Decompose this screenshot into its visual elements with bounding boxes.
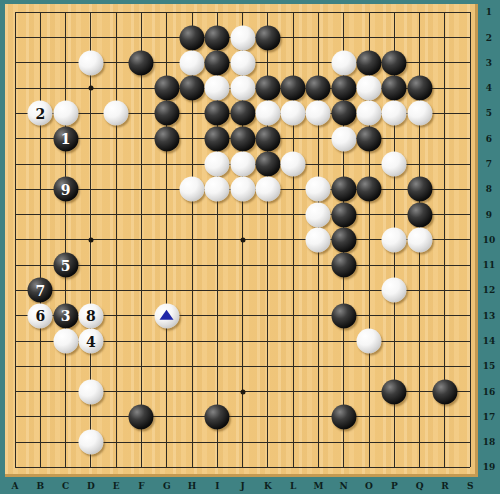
board-frame: 219576384 ABCDEFGHIJKLMNOPQRS12345678910… [0, 0, 500, 494]
column-label: D [83, 481, 99, 491]
stone-white [357, 329, 382, 354]
row-label: 7 [478, 159, 500, 169]
move-number-label: 4 [78, 329, 103, 354]
move-number-label: 8 [78, 303, 103, 328]
stone-white [331, 126, 356, 151]
stone-black [331, 177, 356, 202]
row-label: 3 [478, 58, 500, 68]
column-label: P [386, 481, 402, 491]
stone-white [53, 101, 78, 126]
stone-white [180, 50, 205, 75]
stone-white: 8 [78, 303, 103, 328]
stone-white [281, 152, 306, 177]
stone-white [180, 177, 205, 202]
grid-line [15, 416, 470, 417]
stone-white [205, 177, 230, 202]
stone-black: 3 [53, 303, 78, 328]
move-number-label: 1 [53, 126, 78, 151]
stone-black [407, 76, 432, 101]
stone-black [205, 126, 230, 151]
stone-black [230, 101, 255, 126]
stone-black [255, 152, 280, 177]
stone-black [205, 101, 230, 126]
stone-white: 6 [28, 303, 53, 328]
grid-line [470, 12, 471, 467]
stone-black [331, 202, 356, 227]
column-label: H [184, 481, 200, 491]
stone-white [154, 303, 179, 328]
column-label: J [235, 481, 251, 491]
stone-black [129, 50, 154, 75]
row-label: 2 [478, 33, 500, 43]
row-label: 10 [478, 235, 500, 245]
stone-black [331, 227, 356, 252]
stone-black [230, 126, 255, 151]
grid-line [15, 366, 470, 367]
row-label: 4 [478, 83, 500, 93]
column-label: M [310, 481, 326, 491]
row-label: 15 [478, 361, 500, 371]
grid-line [15, 467, 470, 468]
stone-black: 5 [53, 253, 78, 278]
stone-black: 1 [53, 126, 78, 151]
stone-black [407, 202, 432, 227]
star-point [88, 237, 93, 242]
move-number-label: 9 [53, 177, 78, 202]
stone-black [180, 76, 205, 101]
column-label: C [58, 481, 74, 491]
stone-white [230, 76, 255, 101]
triangle-marker [160, 310, 174, 320]
stone-black [382, 379, 407, 404]
row-label: 16 [478, 387, 500, 397]
row-label: 14 [478, 336, 500, 346]
stone-white [230, 50, 255, 75]
stone-black [255, 76, 280, 101]
row-label: 19 [478, 462, 500, 472]
stone-white [53, 329, 78, 354]
grid-line [15, 265, 470, 266]
move-number-label: 3 [53, 303, 78, 328]
column-label: L [285, 481, 301, 491]
stone-white [230, 152, 255, 177]
stone-black [154, 101, 179, 126]
stone-white [281, 101, 306, 126]
stone-white [78, 379, 103, 404]
column-label: K [260, 481, 276, 491]
row-label: 12 [478, 285, 500, 295]
stone-white [407, 101, 432, 126]
stone-white [306, 227, 331, 252]
stone-black: 9 [53, 177, 78, 202]
stone-white [255, 101, 280, 126]
stone-black [331, 101, 356, 126]
stone-black: 7 [28, 278, 53, 303]
stone-black [205, 25, 230, 50]
column-label: O [361, 481, 377, 491]
stone-white [382, 227, 407, 252]
row-label: 6 [478, 134, 500, 144]
move-number-label: 2 [28, 101, 53, 126]
stone-white [104, 101, 129, 126]
column-label: R [437, 481, 453, 491]
stone-white [205, 152, 230, 177]
stone-black [382, 76, 407, 101]
stone-white [357, 101, 382, 126]
stone-white [78, 50, 103, 75]
column-label: A [7, 481, 23, 491]
row-label: 9 [478, 210, 500, 220]
stone-black [205, 404, 230, 429]
row-label: 1 [478, 7, 500, 17]
stone-black [154, 126, 179, 151]
stone-black [331, 253, 356, 278]
move-number-label: 6 [28, 303, 53, 328]
stone-black [154, 76, 179, 101]
row-label: 13 [478, 311, 500, 321]
stone-white [205, 76, 230, 101]
stone-black [407, 177, 432, 202]
stone-black [357, 50, 382, 75]
stone-white [230, 177, 255, 202]
move-number-label: 7 [28, 278, 53, 303]
row-label: 18 [478, 437, 500, 447]
star-point [240, 237, 245, 242]
stone-white: 4 [78, 329, 103, 354]
stone-white [306, 177, 331, 202]
stone-black [180, 25, 205, 50]
column-label: S [462, 481, 478, 491]
stone-white [78, 430, 103, 455]
stone-black [129, 404, 154, 429]
row-label: 5 [478, 108, 500, 118]
column-label: N [336, 481, 352, 491]
row-label: 17 [478, 412, 500, 422]
stone-black [255, 126, 280, 151]
column-label: I [209, 481, 225, 491]
stone-white [306, 202, 331, 227]
go-board[interactable]: 219576384 [5, 4, 478, 477]
column-label: Q [412, 481, 428, 491]
star-point [240, 389, 245, 394]
stone-white [357, 76, 382, 101]
stone-white [255, 177, 280, 202]
stone-black [357, 126, 382, 151]
stone-white [331, 50, 356, 75]
stone-black [331, 76, 356, 101]
stone-white: 2 [28, 101, 53, 126]
column-label: F [133, 481, 149, 491]
column-label: E [108, 481, 124, 491]
stone-black [255, 25, 280, 50]
stone-white [407, 227, 432, 252]
stone-black [331, 303, 356, 328]
column-label: G [159, 481, 175, 491]
stone-white [230, 25, 255, 50]
column-label: B [32, 481, 48, 491]
stone-white [306, 101, 331, 126]
stone-white [382, 278, 407, 303]
stone-black [331, 404, 356, 429]
stone-black [306, 76, 331, 101]
stone-black [281, 76, 306, 101]
stone-white [382, 152, 407, 177]
row-label: 11 [478, 260, 500, 270]
stone-black [382, 50, 407, 75]
row-label: 8 [478, 184, 500, 194]
stone-black [357, 177, 382, 202]
stone-white [382, 101, 407, 126]
stone-black [432, 379, 457, 404]
move-number-label: 5 [53, 253, 78, 278]
star-point [88, 86, 93, 91]
stone-black [205, 50, 230, 75]
